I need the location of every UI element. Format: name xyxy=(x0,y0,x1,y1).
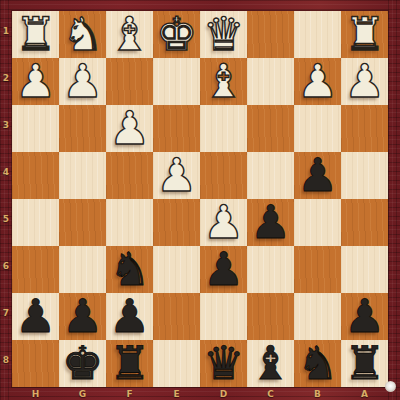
black-king[interactable]: ♚ xyxy=(62,340,103,387)
chess-board[interactable]: ♜♞♝♚♛♜♟♟♝♟♟♟♟♟♟♟♞♟♟♟♟♟♚♜♛♝♞♜ xyxy=(12,11,388,387)
square-e7[interactable] xyxy=(153,293,200,340)
white-king[interactable]: ♚ xyxy=(156,11,197,58)
file-label-e: E xyxy=(153,387,200,400)
white-rook[interactable]: ♜ xyxy=(344,11,385,58)
square-c4[interactable] xyxy=(247,152,294,199)
rank-label-8: 8 xyxy=(0,340,12,387)
white-to-move-indicator xyxy=(385,381,396,392)
square-d4[interactable] xyxy=(200,152,247,199)
square-f5[interactable] xyxy=(106,199,153,246)
square-d6[interactable]: ♟ xyxy=(200,246,247,293)
square-c1[interactable] xyxy=(247,11,294,58)
square-h8[interactable] xyxy=(12,340,59,387)
black-pawn[interactable]: ♟ xyxy=(297,152,338,199)
black-rook[interactable]: ♜ xyxy=(344,340,385,387)
square-f4[interactable] xyxy=(106,152,153,199)
square-f2[interactable] xyxy=(106,58,153,105)
black-rook[interactable]: ♜ xyxy=(109,340,150,387)
square-b1[interactable] xyxy=(294,11,341,58)
file-label-h: H xyxy=(12,387,59,400)
square-d3[interactable] xyxy=(200,105,247,152)
square-a7[interactable]: ♟ xyxy=(341,293,388,340)
square-b2[interactable]: ♟ xyxy=(294,58,341,105)
black-pawn[interactable]: ♟ xyxy=(15,293,56,340)
square-e6[interactable] xyxy=(153,246,200,293)
square-b4[interactable]: ♟ xyxy=(294,152,341,199)
square-a5[interactable] xyxy=(341,199,388,246)
square-c3[interactable] xyxy=(247,105,294,152)
square-h3[interactable] xyxy=(12,105,59,152)
square-h7[interactable]: ♟ xyxy=(12,293,59,340)
square-a6[interactable] xyxy=(341,246,388,293)
square-h2[interactable]: ♟ xyxy=(12,58,59,105)
frame-right-border xyxy=(388,0,400,400)
square-g4[interactable] xyxy=(59,152,106,199)
white-rook[interactable]: ♜ xyxy=(15,11,56,58)
square-f6[interactable]: ♞ xyxy=(106,246,153,293)
square-c6[interactable] xyxy=(247,246,294,293)
file-label-f: F xyxy=(106,387,153,400)
square-a3[interactable] xyxy=(341,105,388,152)
file-label-g: G xyxy=(59,387,106,400)
white-pawn[interactable]: ♟ xyxy=(344,58,385,105)
white-bishop[interactable]: ♝ xyxy=(109,11,150,58)
black-queen[interactable]: ♛ xyxy=(203,340,244,387)
rank-label-3: 3 xyxy=(0,105,12,152)
square-g3[interactable] xyxy=(59,105,106,152)
square-g8[interactable]: ♚ xyxy=(59,340,106,387)
chess-board-frame: 12345678 ♜♞♝♚♛♜♟♟♝♟♟♟♟♟♟♟♞♟♟♟♟♟♚♜♛♝♞♜ HG… xyxy=(0,0,400,400)
square-c5[interactable]: ♟ xyxy=(247,199,294,246)
square-f1[interactable]: ♝ xyxy=(106,11,153,58)
white-pawn[interactable]: ♟ xyxy=(156,152,197,199)
white-queen[interactable]: ♛ xyxy=(203,11,244,58)
rank-labels: 12345678 xyxy=(0,11,12,387)
black-pawn[interactable]: ♟ xyxy=(62,293,103,340)
white-bishop[interactable]: ♝ xyxy=(203,58,244,105)
square-b7[interactable] xyxy=(294,293,341,340)
square-f3[interactable]: ♟ xyxy=(106,105,153,152)
square-b6[interactable] xyxy=(294,246,341,293)
white-pawn[interactable]: ♟ xyxy=(62,58,103,105)
white-knight[interactable]: ♞ xyxy=(62,11,103,58)
file-label-d: D xyxy=(200,387,247,400)
square-a2[interactable]: ♟ xyxy=(341,58,388,105)
file-label-b: B xyxy=(294,387,341,400)
rank-label-6: 6 xyxy=(0,246,12,293)
square-f7[interactable]: ♟ xyxy=(106,293,153,340)
square-d2[interactable]: ♝ xyxy=(200,58,247,105)
square-e8[interactable] xyxy=(153,340,200,387)
black-pawn[interactable]: ♟ xyxy=(344,293,385,340)
square-a8[interactable]: ♜ xyxy=(341,340,388,387)
square-a4[interactable] xyxy=(341,152,388,199)
square-d8[interactable]: ♛ xyxy=(200,340,247,387)
square-h1[interactable]: ♜ xyxy=(12,11,59,58)
rank-label-2: 2 xyxy=(0,58,12,105)
square-e5[interactable] xyxy=(153,199,200,246)
square-d1[interactable]: ♛ xyxy=(200,11,247,58)
square-c2[interactable] xyxy=(247,58,294,105)
white-pawn[interactable]: ♟ xyxy=(109,105,150,152)
square-h5[interactable] xyxy=(12,199,59,246)
square-d7[interactable] xyxy=(200,293,247,340)
rank-label-4: 4 xyxy=(0,152,12,199)
square-d5[interactable]: ♟ xyxy=(200,199,247,246)
black-pawn[interactable]: ♟ xyxy=(250,199,291,246)
square-c7[interactable] xyxy=(247,293,294,340)
white-pawn[interactable]: ♟ xyxy=(297,58,338,105)
square-e1[interactable]: ♚ xyxy=(153,11,200,58)
black-pawn[interactable]: ♟ xyxy=(203,246,244,293)
black-pawn[interactable]: ♟ xyxy=(109,293,150,340)
square-c8[interactable]: ♝ xyxy=(247,340,294,387)
square-g1[interactable]: ♞ xyxy=(59,11,106,58)
rank-label-7: 7 xyxy=(0,293,12,340)
black-knight[interactable]: ♞ xyxy=(297,340,338,387)
square-g5[interactable] xyxy=(59,199,106,246)
square-b8[interactable]: ♞ xyxy=(294,340,341,387)
square-f8[interactable]: ♜ xyxy=(106,340,153,387)
file-label-c: C xyxy=(247,387,294,400)
black-bishop[interactable]: ♝ xyxy=(250,340,291,387)
black-knight[interactable]: ♞ xyxy=(109,246,150,293)
square-h4[interactable] xyxy=(12,152,59,199)
rank-label-5: 5 xyxy=(0,199,12,246)
white-pawn[interactable]: ♟ xyxy=(15,58,56,105)
square-g2[interactable]: ♟ xyxy=(59,58,106,105)
file-label-a: A xyxy=(341,387,388,400)
white-pawn[interactable]: ♟ xyxy=(203,199,244,246)
file-labels: HGFEDCBA xyxy=(12,387,388,400)
square-b3[interactable] xyxy=(294,105,341,152)
square-b5[interactable] xyxy=(294,199,341,246)
rank-label-1: 1 xyxy=(0,11,12,58)
square-e4[interactable]: ♟ xyxy=(153,152,200,199)
square-h6[interactable] xyxy=(12,246,59,293)
square-a1[interactable]: ♜ xyxy=(341,11,388,58)
square-e2[interactable] xyxy=(153,58,200,105)
square-g6[interactable] xyxy=(59,246,106,293)
square-e3[interactable] xyxy=(153,105,200,152)
square-g7[interactable]: ♟ xyxy=(59,293,106,340)
